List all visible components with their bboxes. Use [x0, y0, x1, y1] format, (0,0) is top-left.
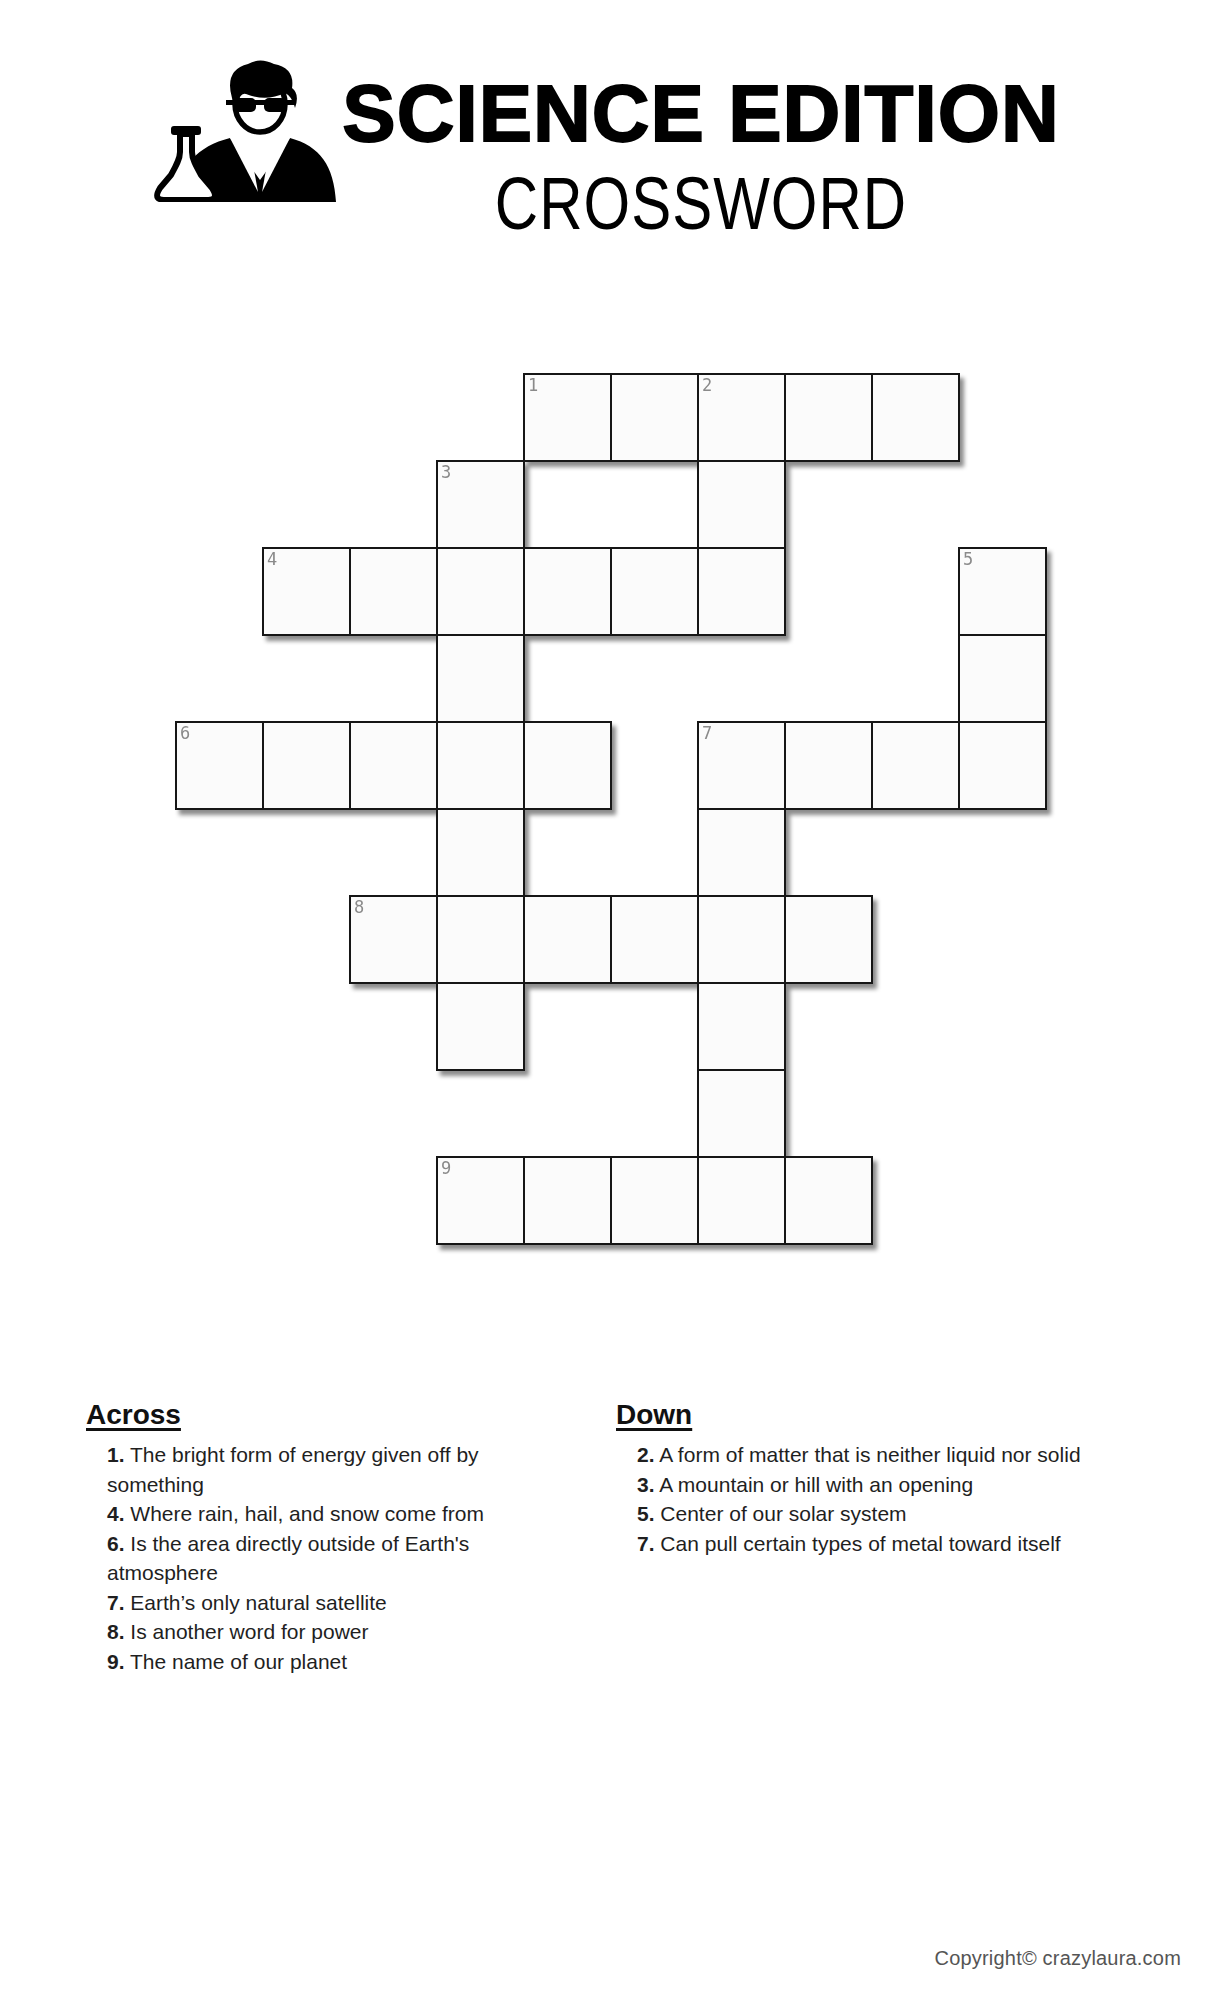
grid-cell[interactable]	[697, 982, 786, 1071]
across-header: Across	[86, 1398, 560, 1431]
grid-cell[interactable]	[784, 373, 873, 462]
grid-cell[interactable]	[784, 895, 873, 984]
clue-number: 9	[441, 1159, 451, 1178]
grid-cell[interactable]	[610, 1156, 699, 1245]
grid-cell[interactable]	[523, 1156, 612, 1245]
clue-item-number: 7.	[637, 1532, 655, 1555]
clue-number: 3	[441, 463, 451, 482]
clue-number: 8	[354, 898, 364, 917]
grid-cell[interactable]	[349, 547, 438, 636]
grid-cell[interactable]: 2	[697, 373, 786, 462]
grid-cell[interactable]	[958, 721, 1047, 810]
grid-cell[interactable]	[697, 1156, 786, 1245]
grid-cell[interactable]	[436, 982, 525, 1071]
grid-cell[interactable]	[958, 634, 1047, 723]
grid-cell[interactable]: 4	[262, 547, 351, 636]
grid-cell[interactable]	[523, 895, 612, 984]
grid-cell[interactable]	[523, 547, 612, 636]
across-list: 1. The bright form of energy given off b…	[86, 1440, 560, 1676]
clue-number: 7	[702, 724, 712, 743]
down-header: Down	[616, 1398, 1130, 1431]
clue-item: 7. Earth’s only natural satellite	[107, 1588, 560, 1618]
grid-cell[interactable]	[871, 721, 960, 810]
clue-item-number: 1.	[107, 1443, 125, 1466]
grid-cell[interactable]	[262, 721, 351, 810]
clue-number: 6	[180, 724, 190, 743]
clue-item-number: 6.	[107, 1532, 125, 1555]
grid-cell[interactable]	[610, 373, 699, 462]
grid-cell[interactable]	[436, 547, 525, 636]
clue-item: 4. Where rain, hail, and snow come from	[107, 1499, 560, 1529]
grid-cell[interactable]	[610, 547, 699, 636]
grid-cell[interactable]	[697, 460, 786, 549]
page: SCIENCE EDITION CROSSWORD 123456789 Acro…	[0, 0, 1214, 2000]
grid-cell[interactable]: 6	[175, 721, 264, 810]
grid-cell[interactable]	[697, 1069, 786, 1158]
grid-cell[interactable]	[436, 808, 525, 897]
clue-number: 4	[267, 550, 277, 569]
grid-cell[interactable]: 3	[436, 460, 525, 549]
clue-item-number: 8.	[107, 1620, 125, 1643]
down-list: 2. A form of matter that is neither liqu…	[616, 1440, 1130, 1558]
grid-cell[interactable]	[784, 1156, 873, 1245]
clue-item: 7. Can pull certain types of metal towar…	[637, 1529, 1130, 1559]
footer-copyright: Copyright© crazylaura.com	[935, 1946, 1181, 1970]
grid-cell[interactable]	[349, 721, 438, 810]
clue-item-number: 4.	[107, 1502, 125, 1525]
clue-number: 5	[963, 550, 973, 569]
grid-cell[interactable]	[610, 895, 699, 984]
clue-item: 3. A mountain or hill with an opening	[637, 1470, 1130, 1500]
clue-item-number: 3.	[637, 1473, 655, 1496]
clue-item: 2. A form of matter that is neither liqu…	[637, 1440, 1130, 1470]
grid-cell[interactable]	[436, 721, 525, 810]
grid-cell[interactable]: 8	[349, 895, 438, 984]
clue-item: 8. Is another word for power	[107, 1617, 560, 1647]
grid-cell[interactable]	[436, 895, 525, 984]
grid-cell[interactable]	[871, 373, 960, 462]
grid-cell[interactable]: 7	[697, 721, 786, 810]
clues-down: Down 2. A form of matter that is neither…	[616, 1398, 1130, 1558]
grid-cell[interactable]	[697, 547, 786, 636]
grid-cell[interactable]	[697, 808, 786, 897]
grid-cell[interactable]	[697, 895, 786, 984]
clue-item: 1. The bright form of energy given off b…	[107, 1440, 560, 1499]
clue-number: 2	[702, 376, 712, 395]
clue-item-number: 5.	[637, 1502, 655, 1525]
clue-item-number: 9.	[107, 1650, 125, 1673]
clue-item-number: 7.	[107, 1591, 125, 1614]
grid-cell[interactable]: 9	[436, 1156, 525, 1245]
grid-cell[interactable]	[784, 721, 873, 810]
clues-across: Across 1. The bright form of energy give…	[86, 1398, 560, 1676]
crossword-grid: 123456789	[0, 0, 1214, 2000]
clue-item: 5. Center of our solar system	[637, 1499, 1130, 1529]
grid-cell[interactable]: 5	[958, 547, 1047, 636]
grid-cell[interactable]: 1	[523, 373, 612, 462]
clue-number: 1	[528, 376, 538, 395]
clue-item-number: 2.	[637, 1443, 655, 1466]
clue-item: 9. The name of our planet	[107, 1647, 560, 1677]
clue-item: 6. Is the area directly outside of Earth…	[107, 1529, 560, 1588]
grid-cell[interactable]	[436, 634, 525, 723]
grid-cell[interactable]	[523, 721, 612, 810]
